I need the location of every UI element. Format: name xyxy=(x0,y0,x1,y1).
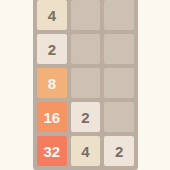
empty-cell-r2c2 xyxy=(71,34,101,64)
empty-cell-r3c3 xyxy=(104,68,134,98)
tile-8-r3c1: 8 xyxy=(37,68,67,98)
tile-16-r4c1: 16 xyxy=(37,102,67,132)
tile-4-r1c1: 4 xyxy=(37,0,67,30)
tile-32-r5c1: 32 xyxy=(37,136,67,166)
tile-4-r5c2: 4 xyxy=(71,136,101,166)
empty-cell-r1c3 xyxy=(104,0,134,30)
empty-cell-r3c2 xyxy=(71,68,101,98)
empty-cell-r2c3 xyxy=(104,34,134,64)
board-2048[interactable]: 4281623242 xyxy=(33,0,138,170)
tile-2-r5c3: 2 xyxy=(104,136,134,166)
tile-2-r2c1: 2 xyxy=(37,34,67,64)
tile-2-r4c2: 2 xyxy=(71,102,101,132)
empty-cell-r4c3 xyxy=(104,102,134,132)
app-background: 4281623242 xyxy=(0,0,170,170)
empty-cell-r1c2 xyxy=(71,0,101,30)
